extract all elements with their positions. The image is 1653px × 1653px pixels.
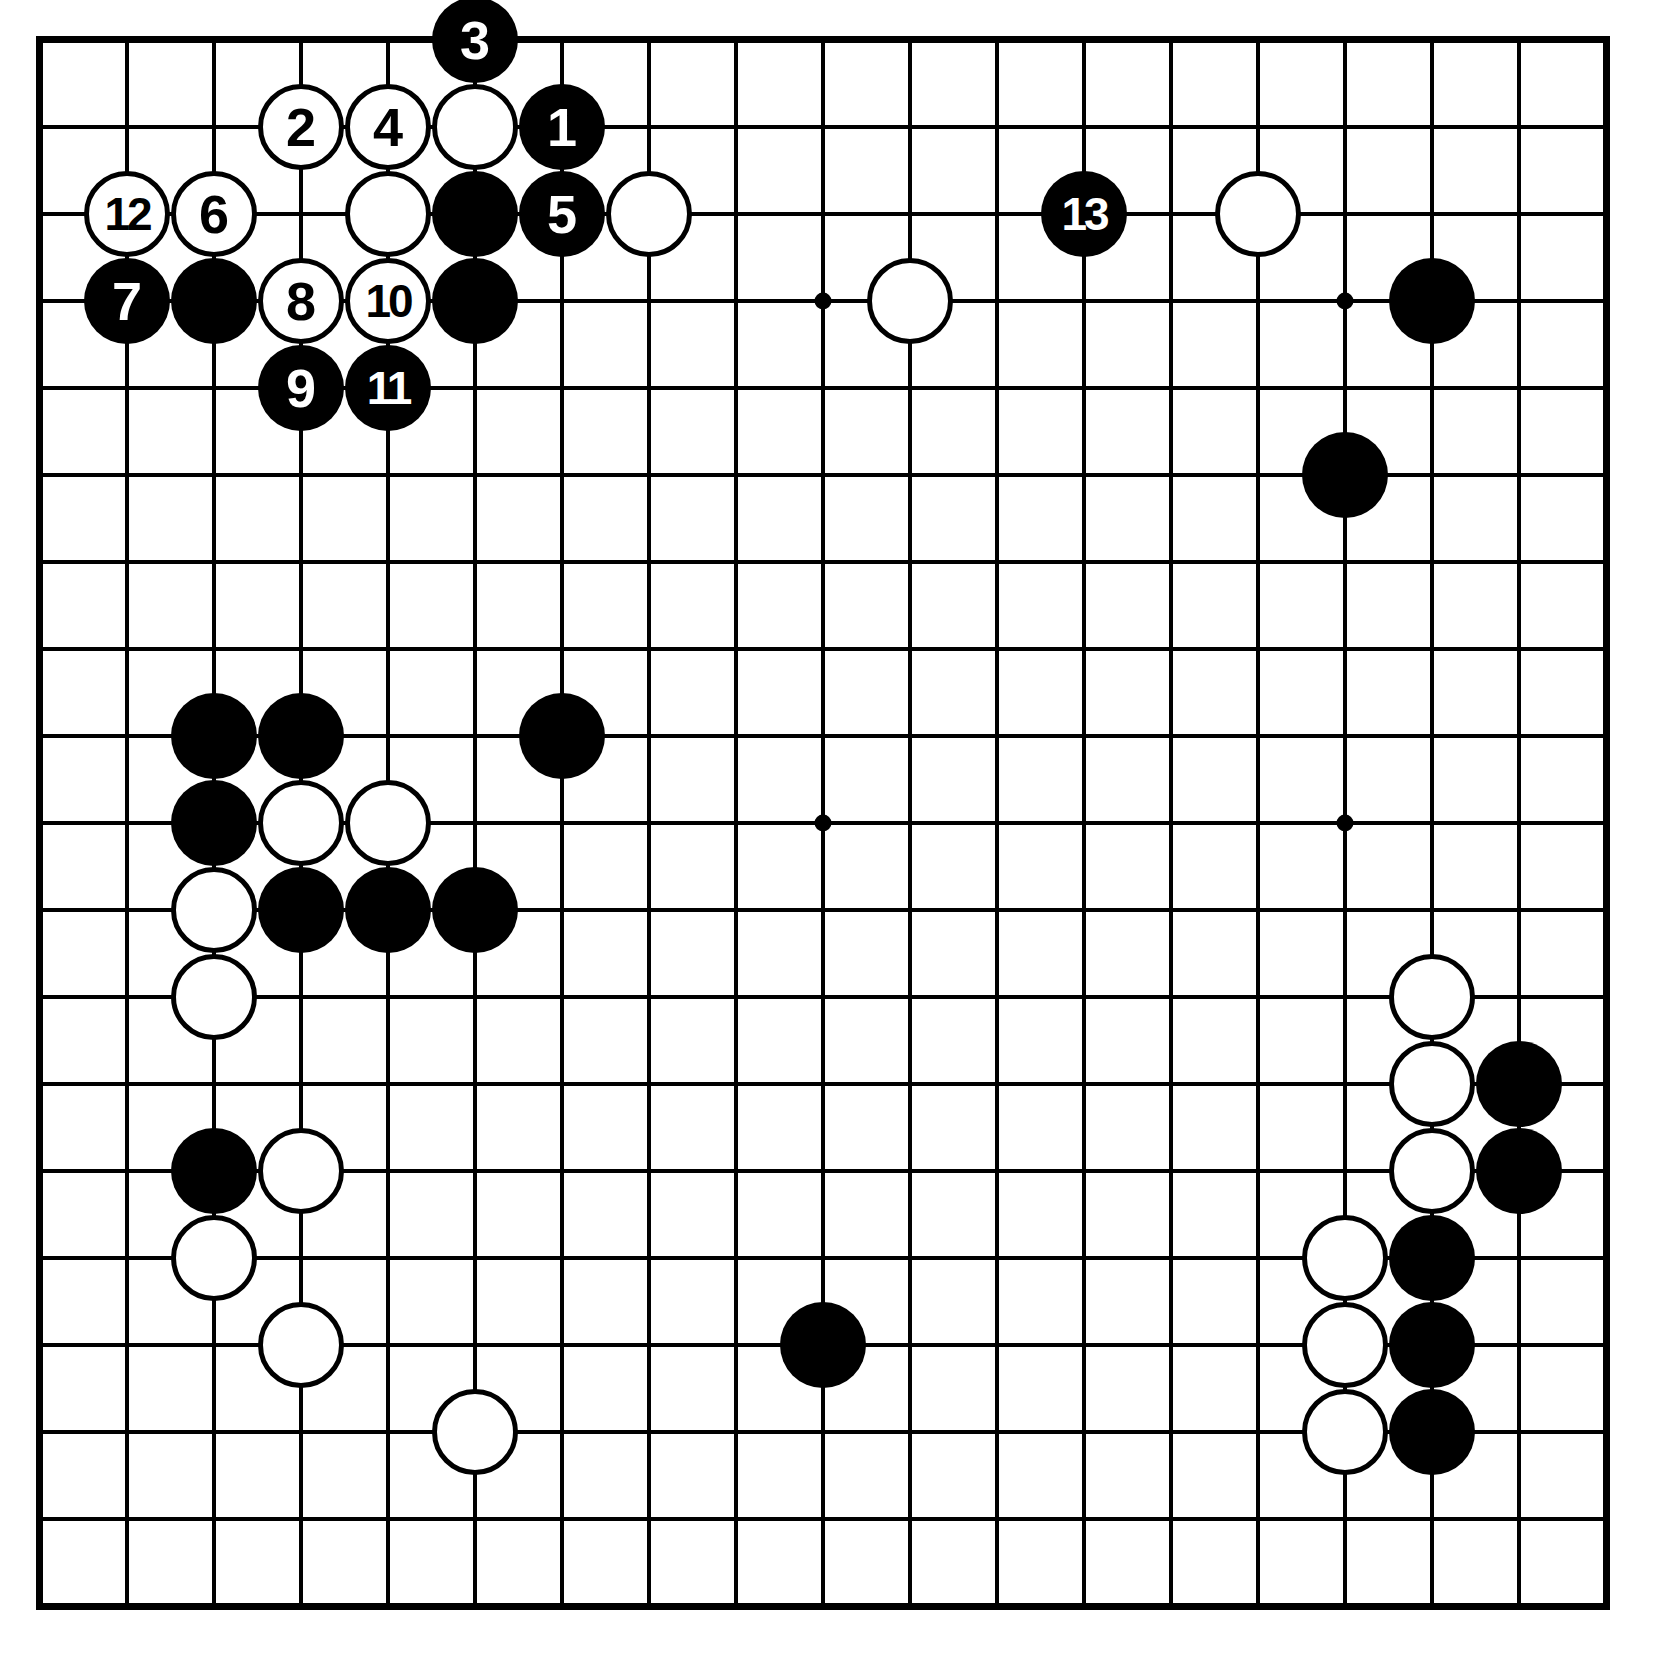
white-stone-move-4: 4 xyxy=(345,84,431,170)
move-number-label: 9 xyxy=(286,361,316,415)
white-stone xyxy=(1302,1215,1388,1301)
black-stone xyxy=(171,1128,257,1214)
move-number-label: 6 xyxy=(199,187,229,241)
black-stone xyxy=(1476,1041,1562,1127)
black-stone xyxy=(171,780,257,866)
white-stone xyxy=(171,954,257,1040)
white-stone xyxy=(1389,954,1475,1040)
white-stone xyxy=(432,84,518,170)
black-stone xyxy=(258,693,344,779)
move-number-label: 8 xyxy=(286,274,316,328)
black-stone-move-1: 1 xyxy=(519,84,605,170)
white-stone xyxy=(258,1128,344,1214)
star-point xyxy=(1337,293,1354,310)
black-stone xyxy=(258,867,344,953)
black-stone-move-7: 7 xyxy=(84,258,170,344)
move-number-label: 3 xyxy=(460,13,490,67)
black-stone xyxy=(1476,1128,1562,1214)
white-stone xyxy=(258,780,344,866)
black-stone-move-13: 13 xyxy=(1041,171,1127,257)
black-stone xyxy=(171,258,257,344)
white-stone-move-6: 6 xyxy=(171,171,257,257)
white-stone-move-10: 10 xyxy=(345,258,431,344)
white-stone xyxy=(606,171,692,257)
move-number-label: 1 xyxy=(547,100,577,154)
move-number-label: 2 xyxy=(286,100,316,154)
black-stone xyxy=(432,867,518,953)
star-point xyxy=(1337,815,1354,832)
black-stone xyxy=(432,258,518,344)
move-number-label: 11 xyxy=(367,365,410,411)
move-number-label: 10 xyxy=(365,278,410,324)
go-diagram: 32411265137810911 xyxy=(0,0,1653,1653)
black-stone-move-9: 9 xyxy=(258,345,344,431)
star-point xyxy=(815,815,832,832)
black-stone-move-3: 3 xyxy=(432,0,518,83)
white-stone-move-12: 12 xyxy=(84,171,170,257)
black-stone-move-5: 5 xyxy=(519,171,605,257)
move-number-label: 13 xyxy=(1061,191,1106,237)
white-stone xyxy=(171,867,257,953)
black-stone xyxy=(1389,1302,1475,1388)
move-number-label: 12 xyxy=(104,191,149,237)
white-stone xyxy=(1215,171,1301,257)
white-stone xyxy=(1389,1128,1475,1214)
black-stone xyxy=(432,171,518,257)
black-stone xyxy=(780,1302,866,1388)
white-stone xyxy=(432,1389,518,1475)
white-stone xyxy=(867,258,953,344)
white-stone xyxy=(171,1215,257,1301)
move-number-label: 5 xyxy=(547,187,577,241)
white-stone xyxy=(345,780,431,866)
white-stone-move-2: 2 xyxy=(258,84,344,170)
black-stone-move-11: 11 xyxy=(345,345,431,431)
white-stone xyxy=(345,171,431,257)
star-point xyxy=(815,293,832,310)
white-stone xyxy=(1302,1389,1388,1475)
black-stone xyxy=(345,867,431,953)
black-stone xyxy=(1389,1389,1475,1475)
white-stone-move-8: 8 xyxy=(258,258,344,344)
white-stone xyxy=(1302,1302,1388,1388)
white-stone xyxy=(258,1302,344,1388)
black-stone xyxy=(519,693,605,779)
move-number-label: 7 xyxy=(112,274,142,328)
move-number-label: 4 xyxy=(373,100,403,154)
black-stone xyxy=(1389,1215,1475,1301)
black-stone xyxy=(1389,258,1475,344)
black-stone xyxy=(1302,432,1388,518)
white-stone xyxy=(1389,1041,1475,1127)
black-stone xyxy=(171,693,257,779)
